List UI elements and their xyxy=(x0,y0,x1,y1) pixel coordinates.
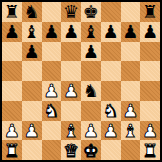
square-g2[interactable]: ♝ xyxy=(121,121,141,141)
chess-board: ♜♞♛♚♜♟♝♟♟♝♟♟♟♟♟♟♟♞♞♞♟♟♟♝♟♟♝♟♜♛♚♜ xyxy=(2,2,160,160)
square-d5[interactable] xyxy=(61,61,81,81)
square-g6[interactable] xyxy=(121,42,141,62)
black-pawn: ♟ xyxy=(103,22,119,41)
white-pawn: ♟ xyxy=(103,121,119,140)
square-c3[interactable]: ♞ xyxy=(42,101,62,121)
black-rook: ♜ xyxy=(142,2,158,21)
square-g8[interactable] xyxy=(121,2,141,22)
square-f8[interactable] xyxy=(101,2,121,22)
square-c4[interactable]: ♟ xyxy=(42,81,62,101)
square-a1[interactable]: ♜ xyxy=(2,140,22,160)
square-d2[interactable]: ♝ xyxy=(61,121,81,141)
square-g4[interactable] xyxy=(121,81,141,101)
white-pawn: ♟ xyxy=(4,121,20,140)
square-e4[interactable]: ♞ xyxy=(81,81,101,101)
black-pawn: ♟ xyxy=(43,22,59,41)
black-queen: ♛ xyxy=(63,2,79,21)
square-e8[interactable]: ♚ xyxy=(81,2,101,22)
square-g1[interactable] xyxy=(121,140,141,160)
square-e1[interactable]: ♚ xyxy=(81,140,101,160)
square-b5[interactable] xyxy=(22,61,42,81)
square-a6[interactable] xyxy=(2,42,22,62)
square-f2[interactable]: ♟ xyxy=(101,121,121,141)
black-knight: ♞ xyxy=(24,2,40,21)
square-b3[interactable] xyxy=(22,101,42,121)
square-c5[interactable] xyxy=(42,61,62,81)
black-pawn: ♟ xyxy=(4,22,20,41)
white-rook: ♜ xyxy=(4,141,20,160)
square-e3[interactable] xyxy=(81,101,101,121)
white-bishop: ♝ xyxy=(63,121,79,140)
square-b4[interactable] xyxy=(22,81,42,101)
black-pawn: ♟ xyxy=(83,42,99,61)
square-a8[interactable]: ♜ xyxy=(2,2,22,22)
white-knight: ♞ xyxy=(43,101,59,120)
black-pawn: ♟ xyxy=(24,42,40,61)
chess-board-frame: ♜♞♛♚♜♟♝♟♟♝♟♟♟♟♟♟♟♞♞♞♟♟♟♝♟♟♝♟♜♛♚♜ xyxy=(0,0,162,162)
square-h1[interactable]: ♜ xyxy=(140,140,160,160)
white-knight: ♞ xyxy=(103,101,119,120)
square-b1[interactable] xyxy=(22,140,42,160)
white-pawn: ♟ xyxy=(122,101,138,120)
square-c2[interactable] xyxy=(42,121,62,141)
black-rook: ♜ xyxy=(4,2,20,21)
square-a5[interactable] xyxy=(2,61,22,81)
square-c6[interactable] xyxy=(42,42,62,62)
black-pawn: ♟ xyxy=(122,22,138,41)
black-knight: ♞ xyxy=(83,81,99,100)
square-d4[interactable]: ♟ xyxy=(61,81,81,101)
black-bishop: ♝ xyxy=(83,22,99,41)
white-pawn: ♟ xyxy=(43,81,59,100)
square-a7[interactable]: ♟ xyxy=(2,22,22,42)
square-h8[interactable]: ♜ xyxy=(140,2,160,22)
black-bishop: ♝ xyxy=(24,22,40,41)
square-g7[interactable]: ♟ xyxy=(121,22,141,42)
square-h2[interactable]: ♟ xyxy=(140,121,160,141)
square-h4[interactable] xyxy=(140,81,160,101)
white-queen: ♛ xyxy=(63,141,79,160)
square-b8[interactable]: ♞ xyxy=(22,2,42,22)
white-pawn: ♟ xyxy=(142,121,158,140)
square-a4[interactable] xyxy=(2,81,22,101)
square-f4[interactable] xyxy=(101,81,121,101)
white-pawn: ♟ xyxy=(24,121,40,140)
square-d8[interactable]: ♛ xyxy=(61,2,81,22)
square-e7[interactable]: ♝ xyxy=(81,22,101,42)
square-b2[interactable]: ♟ xyxy=(22,121,42,141)
square-c7[interactable]: ♟ xyxy=(42,22,62,42)
square-e6[interactable]: ♟ xyxy=(81,42,101,62)
square-h3[interactable] xyxy=(140,101,160,121)
white-rook: ♜ xyxy=(142,141,158,160)
square-a2[interactable]: ♟ xyxy=(2,121,22,141)
white-pawn: ♟ xyxy=(63,81,79,100)
white-king: ♚ xyxy=(83,141,99,160)
square-f7[interactable]: ♟ xyxy=(101,22,121,42)
square-f3[interactable]: ♞ xyxy=(101,101,121,121)
square-g3[interactable]: ♟ xyxy=(121,101,141,121)
white-bishop: ♝ xyxy=(122,121,138,140)
square-h5[interactable] xyxy=(140,61,160,81)
square-c1[interactable] xyxy=(42,140,62,160)
square-h6[interactable] xyxy=(140,42,160,62)
square-a3[interactable] xyxy=(2,101,22,121)
square-e5[interactable] xyxy=(81,61,101,81)
black-king: ♚ xyxy=(83,2,99,21)
square-b6[interactable]: ♟ xyxy=(22,42,42,62)
square-d3[interactable] xyxy=(61,101,81,121)
black-pawn: ♟ xyxy=(142,22,158,41)
square-f1[interactable] xyxy=(101,140,121,160)
square-h7[interactable]: ♟ xyxy=(140,22,160,42)
square-d1[interactable]: ♛ xyxy=(61,140,81,160)
white-pawn: ♟ xyxy=(83,121,99,140)
square-d6[interactable] xyxy=(61,42,81,62)
square-f6[interactable] xyxy=(101,42,121,62)
square-d7[interactable]: ♟ xyxy=(61,22,81,42)
black-pawn: ♟ xyxy=(63,22,79,41)
square-e2[interactable]: ♟ xyxy=(81,121,101,141)
square-f5[interactable] xyxy=(101,61,121,81)
square-g5[interactable] xyxy=(121,61,141,81)
square-c8[interactable] xyxy=(42,2,62,22)
square-b7[interactable]: ♝ xyxy=(22,22,42,42)
